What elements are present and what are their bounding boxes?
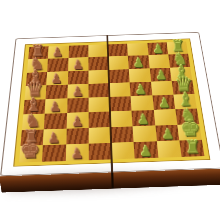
piece-green-rook[interactable]: ♜ xyxy=(181,139,205,157)
square-d7: ♟ xyxy=(152,95,175,110)
piece-green-pawn[interactable]: ♟ xyxy=(148,42,168,55)
square-d2: ♟ xyxy=(45,98,67,113)
perspective-wrapper: ♜♟♟♜♞♟♟♞♝♟♟♝♛♟♟♛♝♟♟♝♞♟♟♞♜♟♟♚♚♟♟♜ xyxy=(0,0,220,220)
square-d3 xyxy=(67,98,89,113)
square-e5 xyxy=(109,82,131,97)
square-b5 xyxy=(111,126,134,143)
square-d4 xyxy=(88,97,110,112)
piece-copper-pawn[interactable]: ♟ xyxy=(43,130,66,145)
square-f7: ♟ xyxy=(149,67,171,81)
square-d5 xyxy=(110,96,132,111)
chess-board: ♜♟♟♜♞♟♟♞♝♟♟♝♛♟♟♛♝♟♟♝♞♟♟♞♜♟♟♚♚♟♟♜ xyxy=(0,32,220,176)
square-a6: ♟ xyxy=(134,141,158,158)
square-g6: ♟ xyxy=(128,55,149,69)
square-h3 xyxy=(68,45,88,58)
square-e6: ♟ xyxy=(130,82,152,97)
square-e2 xyxy=(46,84,68,99)
square-e7 xyxy=(151,81,174,96)
square-g5 xyxy=(108,56,129,70)
piece-copper-king[interactable]: ♚ xyxy=(18,139,42,163)
square-a8: ♜ xyxy=(179,140,204,157)
square-c6: ♟ xyxy=(132,110,155,126)
square-e3: ♟ xyxy=(67,84,88,99)
square-f2: ♟ xyxy=(47,71,68,85)
piece-copper-pawn[interactable]: ♟ xyxy=(48,46,68,59)
square-b7: ♟ xyxy=(155,124,179,141)
square-a1: ♚ xyxy=(19,145,43,162)
square-a4 xyxy=(88,143,111,160)
piece-copper-pawn[interactable]: ♟ xyxy=(45,100,67,114)
square-a2 xyxy=(42,144,66,161)
square-b6 xyxy=(133,125,157,142)
square-e4 xyxy=(88,83,109,98)
piece-copper-pawn[interactable]: ♟ xyxy=(46,72,67,85)
piece-green-pawn[interactable]: ♟ xyxy=(129,56,150,69)
square-h2: ♟ xyxy=(48,46,68,59)
piece-copper-pawn[interactable]: ♟ xyxy=(67,85,89,99)
square-b4 xyxy=(88,127,111,144)
hinge-front-gap xyxy=(111,172,114,189)
piece-green-pawn[interactable]: ♟ xyxy=(130,83,152,97)
square-b2: ♟ xyxy=(43,128,66,145)
square-d6 xyxy=(131,96,154,111)
square-a5 xyxy=(111,142,135,159)
piece-copper-pawn[interactable]: ♟ xyxy=(67,58,88,71)
piece-green-pawn[interactable]: ♟ xyxy=(134,144,158,159)
square-h7: ♟ xyxy=(147,42,168,55)
piece-green-pawn[interactable]: ♟ xyxy=(132,112,155,126)
square-g3: ♟ xyxy=(68,57,88,71)
square-a7 xyxy=(156,140,181,157)
square-b3 xyxy=(66,128,89,145)
piece-green-pawn[interactable]: ♟ xyxy=(153,96,175,110)
square-h4 xyxy=(88,44,108,57)
square-c3: ♟ xyxy=(66,112,88,128)
piece-copper-pawn[interactable]: ♟ xyxy=(66,114,89,128)
piece-copper-pawn[interactable]: ♟ xyxy=(65,146,89,161)
camera-tilt: ♜♟♟♜♞♟♟♞♝♟♟♝♛♟♟♛♝♟♟♝♞♟♟♞♜♟♟♚♚♟♟♜ xyxy=(0,0,220,220)
piece-green-pawn[interactable]: ♟ xyxy=(156,126,179,141)
chess-set-photo: ♜♟♟♜♞♟♟♞♝♟♟♝♛♟♟♛♝♟♟♝♞♟♟♞♜♟♟♚♚♟♟♜ xyxy=(0,0,220,220)
piece-green-pawn[interactable]: ♟ xyxy=(150,68,171,81)
square-a3: ♟ xyxy=(65,143,88,160)
